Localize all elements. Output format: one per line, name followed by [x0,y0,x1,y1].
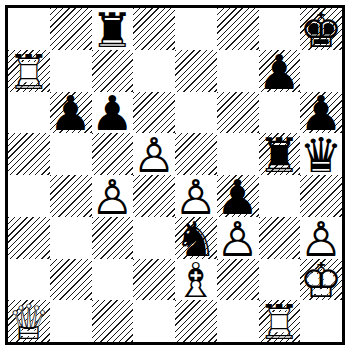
square-c4[interactable]: ♟♙ [92,175,134,217]
black-queen-icon: ♛ [300,134,342,176]
square-a3[interactable] [8,217,50,259]
square-e4[interactable]: ♟♙ [175,175,217,217]
square-c1[interactable] [92,300,134,342]
white-queen-icon: ♕ [8,301,50,343]
square-f7[interactable] [217,50,259,92]
square-e8[interactable] [175,8,217,50]
black-king-piece[interactable]: ♚ [300,8,342,50]
square-a2[interactable] [8,259,50,301]
white-bishop-icon: ♗ [175,260,217,302]
square-d4[interactable] [133,175,175,217]
square-g2[interactable] [259,259,301,301]
black-pawn-icon: ♟ [300,93,342,135]
square-a4[interactable] [8,175,50,217]
square-h1[interactable] [300,300,342,342]
square-b8[interactable] [50,8,92,50]
black-knight-icon: ♞ [175,218,217,260]
square-d3[interactable] [133,217,175,259]
white-piece-fill-glyph: ♜ [259,301,301,343]
black-pawn-icon: ♟ [259,51,301,93]
square-c7[interactable] [92,50,134,92]
square-h6[interactable]: ♟ [300,92,342,134]
white-pawn-icon: ♙ [300,218,342,260]
square-c3[interactable] [92,217,134,259]
square-h8[interactable]: ♚ [300,8,342,50]
square-e3[interactable]: ♞ [175,217,217,259]
white-rook-icon: ♖ [259,301,301,343]
square-g4[interactable] [259,175,301,217]
square-a7[interactable]: ♜♖ [8,50,50,92]
square-e5[interactable] [175,133,217,175]
square-e7[interactable] [175,50,217,92]
square-e2[interactable]: ♝♗ [175,259,217,301]
white-rook-icon: ♖ [8,51,50,93]
black-rook-piece[interactable]: ♜ [259,133,301,175]
square-e6[interactable] [175,92,217,134]
black-pawn-piece[interactable]: ♟ [217,175,259,217]
square-b1[interactable] [50,300,92,342]
square-d2[interactable] [133,259,175,301]
black-rook-piece[interactable]: ♜ [92,8,134,50]
black-pawn-icon: ♟ [50,93,92,135]
square-f4[interactable]: ♟ [217,175,259,217]
square-e1[interactable] [175,300,217,342]
square-d1[interactable] [133,300,175,342]
white-pawn-piece[interactable]: ♟♙ [175,175,217,217]
square-g1[interactable]: ♜♖ [259,300,301,342]
square-d6[interactable] [133,92,175,134]
square-h5[interactable]: ♛ [300,133,342,175]
square-f1[interactable] [217,300,259,342]
square-b2[interactable] [50,259,92,301]
square-a5[interactable] [8,133,50,175]
square-a8[interactable] [8,8,50,50]
black-rook-icon: ♜ [259,134,301,176]
white-piece-fill-glyph: ♟ [217,218,259,260]
square-c2[interactable] [92,259,134,301]
white-king-piece[interactable]: ♚♔ [300,259,342,301]
square-c5[interactable] [92,133,134,175]
black-king-icon: ♚ [300,9,342,51]
white-piece-fill-glyph: ♝ [175,260,217,302]
square-g6[interactable] [259,92,301,134]
black-pawn-piece[interactable]: ♟ [50,92,92,134]
square-f3[interactable]: ♟♙ [217,217,259,259]
square-h3[interactable]: ♟♙ [300,217,342,259]
square-f2[interactable] [217,259,259,301]
white-bishop-piece[interactable]: ♝♗ [175,259,217,301]
white-piece-fill-glyph: ♟ [92,176,134,218]
white-pawn-icon: ♙ [175,176,217,218]
white-pawn-icon: ♙ [133,134,175,176]
white-piece-fill-glyph: ♚ [300,260,342,302]
square-h7[interactable] [300,50,342,92]
square-b4[interactable] [50,175,92,217]
square-d8[interactable] [133,8,175,50]
white-queen-piece[interactable]: ♛♕ [8,300,50,342]
black-pawn-piece[interactable]: ♟ [92,92,134,134]
white-king-icon: ♔ [300,260,342,302]
white-piece-fill-glyph: ♟ [133,134,175,176]
black-pawn-piece[interactable]: ♟ [259,50,301,92]
white-piece-fill-glyph: ♛ [8,301,50,343]
square-b3[interactable] [50,217,92,259]
white-pawn-piece[interactable]: ♟♙ [133,133,175,175]
square-h2[interactable]: ♚♔ [300,259,342,301]
square-d5[interactable]: ♟♙ [133,133,175,175]
chess-board-frame: ♜♚♜♖♟♟♟♟♟♙♜♛♟♙♟♙♟♞♟♙♟♙♝♗♚♔♛♕♜♖ [5,5,345,345]
square-f6[interactable] [217,92,259,134]
black-pawn-icon: ♟ [92,93,134,135]
white-pawn-piece[interactable]: ♟♙ [217,217,259,259]
square-h4[interactable] [300,175,342,217]
white-pawn-piece[interactable]: ♟♙ [92,175,134,217]
square-g3[interactable] [259,217,301,259]
white-piece-fill-glyph: ♜ [8,51,50,93]
white-rook-piece[interactable]: ♜♖ [8,50,50,92]
square-b7[interactable] [50,50,92,92]
chess-board: ♜♚♜♖♟♟♟♟♟♙♜♛♟♙♟♙♟♞♟♙♟♙♝♗♚♔♛♕♜♖ [8,8,342,342]
square-a6[interactable] [8,92,50,134]
white-piece-fill-glyph: ♟ [175,176,217,218]
white-pawn-icon: ♙ [217,218,259,260]
square-b6[interactable]: ♟ [50,92,92,134]
square-a1[interactable]: ♛♕ [8,300,50,342]
square-d7[interactable] [133,50,175,92]
black-pawn-icon: ♟ [217,176,259,218]
black-knight-piece[interactable]: ♞ [175,217,217,259]
square-c6[interactable]: ♟ [92,92,134,134]
black-queen-piece[interactable]: ♛ [300,133,342,175]
square-g8[interactable] [259,8,301,50]
square-c8[interactable]: ♜ [92,8,134,50]
white-piece-fill-glyph: ♟ [300,218,342,260]
square-f5[interactable] [217,133,259,175]
white-pawn-icon: ♙ [92,176,134,218]
square-g7[interactable]: ♟ [259,50,301,92]
square-b5[interactable] [50,133,92,175]
black-pawn-piece[interactable]: ♟ [300,92,342,134]
black-rook-icon: ♜ [92,9,134,51]
white-rook-piece[interactable]: ♜♖ [259,300,301,342]
white-pawn-piece[interactable]: ♟♙ [300,217,342,259]
square-f8[interactable] [217,8,259,50]
square-g5[interactable]: ♜ [259,133,301,175]
